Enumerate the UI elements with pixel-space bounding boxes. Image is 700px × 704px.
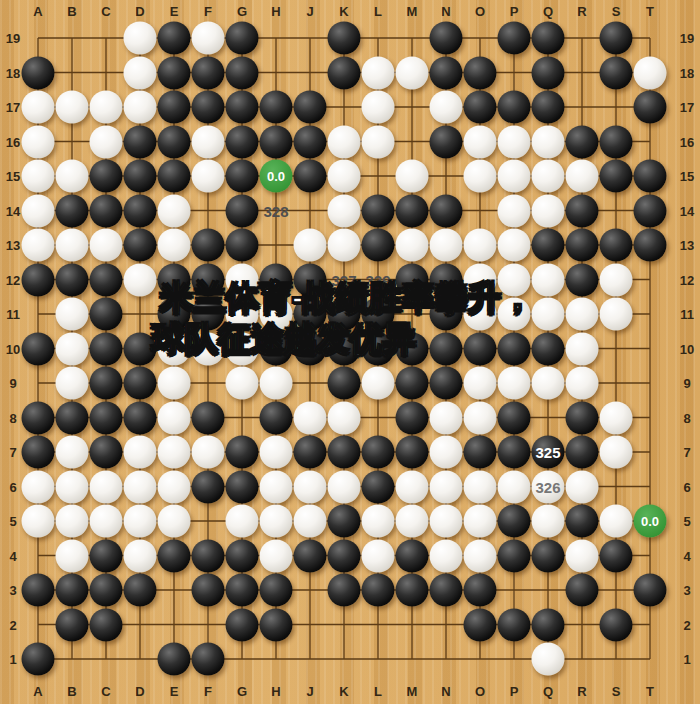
black-stone-H17[interactable] [260, 91, 293, 124]
white-stone-Q9[interactable] [532, 367, 565, 400]
black-stone-D3[interactable] [124, 574, 157, 607]
white-stone-N17[interactable] [430, 91, 463, 124]
black-stone-E15[interactable] [158, 160, 191, 193]
black-stone-E19[interactable] [158, 22, 191, 55]
black-stone-B12[interactable] [56, 263, 89, 296]
black-stone-D8[interactable] [124, 401, 157, 434]
black-stone-R5[interactable] [566, 505, 599, 538]
black-stone-E4[interactable] [158, 539, 191, 572]
black-stone-G4[interactable] [226, 539, 259, 572]
black-stone-R3[interactable] [566, 574, 599, 607]
black-stone-N16[interactable] [430, 125, 463, 158]
white-stone-B6[interactable] [56, 470, 89, 503]
black-stone-C8[interactable] [90, 401, 123, 434]
black-stone-N9[interactable] [430, 367, 463, 400]
white-stone-R6[interactable] [566, 470, 599, 503]
black-stone-N19[interactable] [430, 22, 463, 55]
white-stone-J8[interactable] [294, 401, 327, 434]
white-stone-K13[interactable] [328, 229, 361, 262]
black-stone-R12[interactable] [566, 263, 599, 296]
white-stone-B17[interactable] [56, 91, 89, 124]
score-badge-T5: 0.0 [634, 505, 667, 538]
white-stone-Q1[interactable] [532, 643, 565, 676]
white-stone-L17[interactable] [362, 91, 395, 124]
black-stone-M14[interactable] [396, 194, 429, 227]
white-stone-E14[interactable] [158, 194, 191, 227]
white-stone-Q14[interactable] [532, 194, 565, 227]
black-stone-K19[interactable] [328, 22, 361, 55]
black-stone-F3[interactable] [192, 574, 225, 607]
white-stone-D12[interactable] [124, 263, 157, 296]
white-stone-D17[interactable] [124, 91, 157, 124]
black-stone-G6[interactable] [226, 470, 259, 503]
white-stone-A6[interactable] [22, 470, 55, 503]
white-stone-M5[interactable] [396, 505, 429, 538]
white-stone-A15[interactable] [22, 160, 55, 193]
white-stone-A16[interactable] [22, 125, 55, 158]
black-stone-J7[interactable] [294, 436, 327, 469]
black-stone-K3[interactable] [328, 574, 361, 607]
white-stone-D5[interactable] [124, 505, 157, 538]
white-stone-H7[interactable] [260, 436, 293, 469]
black-stone-A8[interactable] [22, 401, 55, 434]
white-stone-R11[interactable] [566, 298, 599, 331]
black-stone-S4[interactable] [600, 539, 633, 572]
white-stone-H5[interactable] [260, 505, 293, 538]
black-stone-P17[interactable] [498, 91, 531, 124]
white-stone-F19[interactable] [192, 22, 225, 55]
black-stone-B8[interactable] [56, 401, 89, 434]
white-stone-O5[interactable] [464, 505, 497, 538]
black-stone-A18[interactable] [22, 56, 55, 89]
white-stone-D6[interactable] [124, 470, 157, 503]
black-stone-F13[interactable] [192, 229, 225, 262]
white-stone-N13[interactable] [430, 229, 463, 262]
white-stone-R15[interactable] [566, 160, 599, 193]
white-stone-A5[interactable] [22, 505, 55, 538]
black-stone-D15[interactable] [124, 160, 157, 193]
white-stone-M13[interactable] [396, 229, 429, 262]
black-stone-F4[interactable] [192, 539, 225, 572]
black-stone-C11[interactable] [90, 298, 123, 331]
black-stone-C14[interactable] [90, 194, 123, 227]
white-stone-E9[interactable] [158, 367, 191, 400]
white-stone-P6[interactable] [498, 470, 531, 503]
black-stone-C3[interactable] [90, 574, 123, 607]
white-stone-E13[interactable] [158, 229, 191, 262]
white-stone-J5[interactable] [294, 505, 327, 538]
white-stone-S5[interactable] [600, 505, 633, 538]
white-stone-O6[interactable] [464, 470, 497, 503]
black-stone-M8[interactable] [396, 401, 429, 434]
white-stone-H4[interactable] [260, 539, 293, 572]
white-stone-R4[interactable] [566, 539, 599, 572]
black-stone-R16[interactable] [566, 125, 599, 158]
white-stone-C5[interactable] [90, 505, 123, 538]
black-stone-N18[interactable] [430, 56, 463, 89]
black-stone-C10[interactable] [90, 332, 123, 365]
white-stone-B13[interactable] [56, 229, 89, 262]
white-stone-P9[interactable] [498, 367, 531, 400]
white-stone-L5[interactable] [362, 505, 395, 538]
black-stone-Q2[interactable] [532, 608, 565, 641]
white-stone-K16[interactable] [328, 125, 361, 158]
black-stone-R14[interactable] [566, 194, 599, 227]
white-stone-B11[interactable] [56, 298, 89, 331]
black-stone-E17[interactable] [158, 91, 191, 124]
white-stone-S11[interactable] [600, 298, 633, 331]
white-stone-T18[interactable] [634, 56, 667, 89]
white-stone-D18[interactable] [124, 56, 157, 89]
black-stone-F6[interactable] [192, 470, 225, 503]
black-stone-C2[interactable] [90, 608, 123, 641]
black-stone-C9[interactable] [90, 367, 123, 400]
score-badge-H15: 0.0 [260, 160, 293, 193]
white-stone-J13[interactable] [294, 229, 327, 262]
black-stone-D14[interactable] [124, 194, 157, 227]
white-stone-O13[interactable] [464, 229, 497, 262]
black-stone-O10[interactable] [464, 332, 497, 365]
black-stone-N14[interactable] [430, 194, 463, 227]
black-stone-L7[interactable] [362, 436, 395, 469]
white-stone-B15[interactable] [56, 160, 89, 193]
white-stone-H6[interactable] [260, 470, 293, 503]
black-stone-Q4[interactable] [532, 539, 565, 572]
black-stone-C7[interactable] [90, 436, 123, 469]
black-stone-Q17[interactable] [532, 91, 565, 124]
white-stone-C17[interactable] [90, 91, 123, 124]
white-stone-C16[interactable] [90, 125, 123, 158]
black-stone-A10[interactable] [22, 332, 55, 365]
black-stone-S18[interactable] [600, 56, 633, 89]
white-stone-P14[interactable] [498, 194, 531, 227]
black-stone-M3[interactable] [396, 574, 429, 607]
black-stone-P2[interactable] [498, 608, 531, 641]
black-stone-J15[interactable] [294, 160, 327, 193]
black-stone-R13[interactable] [566, 229, 599, 262]
black-stone-R7[interactable] [566, 436, 599, 469]
white-stone-Q16[interactable] [532, 125, 565, 158]
black-stone-S19[interactable] [600, 22, 633, 55]
black-stone-H3[interactable] [260, 574, 293, 607]
black-stone-G19[interactable] [226, 22, 259, 55]
black-stone-T15[interactable] [634, 160, 667, 193]
black-stone-L6[interactable] [362, 470, 395, 503]
black-stone-F8[interactable] [192, 401, 225, 434]
white-stone-L9[interactable] [362, 367, 395, 400]
white-stone-Q11[interactable] [532, 298, 565, 331]
white-stone-S8[interactable] [600, 401, 633, 434]
black-stone-L3[interactable] [362, 574, 395, 607]
black-stone-T14[interactable] [634, 194, 667, 227]
black-stone-P7[interactable] [498, 436, 531, 469]
black-stone-K5[interactable] [328, 505, 361, 538]
white-stone-A13[interactable] [22, 229, 55, 262]
black-stone-A7[interactable] [22, 436, 55, 469]
white-stone-O4[interactable] [464, 539, 497, 572]
black-stone-S16[interactable] [600, 125, 633, 158]
white-stone-P15[interactable] [498, 160, 531, 193]
black-stone-B14[interactable] [56, 194, 89, 227]
black-stone-N3[interactable] [430, 574, 463, 607]
white-stone-R9[interactable] [566, 367, 599, 400]
black-stone-R8[interactable] [566, 401, 599, 434]
white-stone-O8[interactable] [464, 401, 497, 434]
black-stone-G15[interactable] [226, 160, 259, 193]
black-stone-S13[interactable] [600, 229, 633, 262]
white-stone-L4[interactable] [362, 539, 395, 572]
white-stone-O16[interactable] [464, 125, 497, 158]
black-stone-C4[interactable] [90, 539, 123, 572]
black-stone-P8[interactable] [498, 401, 531, 434]
watermark-text-line2: 球队征途越发优异 [152, 317, 416, 362]
white-stone-K8[interactable] [328, 401, 361, 434]
black-stone-T17[interactable] [634, 91, 667, 124]
black-stone-F1[interactable] [192, 643, 225, 676]
black-stone-M4[interactable] [396, 539, 429, 572]
white-stone-N6[interactable] [430, 470, 463, 503]
black-stone-T3[interactable] [634, 574, 667, 607]
white-stone-A17[interactable] [22, 91, 55, 124]
white-stone-B5[interactable] [56, 505, 89, 538]
white-stone-C6[interactable] [90, 470, 123, 503]
black-stone-O17[interactable] [464, 91, 497, 124]
white-stone-M18[interactable] [396, 56, 429, 89]
white-stone-N8[interactable] [430, 401, 463, 434]
move-number-on-stone-Q7: 325 [535, 444, 560, 461]
black-stone-E18[interactable] [158, 56, 191, 89]
white-stone-E8[interactable] [158, 401, 191, 434]
black-stone-H2[interactable] [260, 608, 293, 641]
black-stone-O18[interactable] [464, 56, 497, 89]
black-stone-A12[interactable] [22, 263, 55, 296]
white-stone-R10[interactable] [566, 332, 599, 365]
white-stone-B9[interactable] [56, 367, 89, 400]
black-stone-L14[interactable] [362, 194, 395, 227]
black-stone-G7[interactable] [226, 436, 259, 469]
white-stone-L16[interactable] [362, 125, 395, 158]
white-stone-Q5[interactable] [532, 505, 565, 538]
black-stone-Q13[interactable] [532, 229, 565, 262]
white-stone-M15[interactable] [396, 160, 429, 193]
black-stone-G14[interactable] [226, 194, 259, 227]
black-stone-Q19[interactable] [532, 22, 565, 55]
white-stone-K14[interactable] [328, 194, 361, 227]
white-stone-O15[interactable] [464, 160, 497, 193]
black-stone-D9[interactable] [124, 367, 157, 400]
black-stone-O7[interactable] [464, 436, 497, 469]
white-stone-B4[interactable] [56, 539, 89, 572]
black-stone-E1[interactable] [158, 643, 191, 676]
black-stone-P19[interactable] [498, 22, 531, 55]
move-number-on-stone-Q6: 326 [535, 478, 560, 495]
black-stone-A1[interactable] [22, 643, 55, 676]
black-stone-G2[interactable] [226, 608, 259, 641]
black-stone-P10[interactable] [498, 332, 531, 365]
black-stone-O3[interactable] [464, 574, 497, 607]
black-stone-J4[interactable] [294, 539, 327, 572]
black-stone-H8[interactable] [260, 401, 293, 434]
white-stone-F16[interactable] [192, 125, 225, 158]
black-stone-D13[interactable] [124, 229, 157, 262]
black-stone-K18[interactable] [328, 56, 361, 89]
white-stone-E7[interactable] [158, 436, 191, 469]
black-stone-L13[interactable] [362, 229, 395, 262]
white-stone-P13[interactable] [498, 229, 531, 262]
black-stone-G16[interactable] [226, 125, 259, 158]
black-stone-G17[interactable] [226, 91, 259, 124]
white-stone-J6[interactable] [294, 470, 327, 503]
black-stone-M7[interactable] [396, 436, 429, 469]
white-stone-N7[interactable] [430, 436, 463, 469]
black-stone-K9[interactable] [328, 367, 361, 400]
black-stone-N10[interactable] [430, 332, 463, 365]
white-stone-B10[interactable] [56, 332, 89, 365]
black-stone-K7[interactable] [328, 436, 361, 469]
white-stone-D19[interactable] [124, 22, 157, 55]
white-stone-K15[interactable] [328, 160, 361, 193]
black-stone-S2[interactable] [600, 608, 633, 641]
black-stone-T13[interactable] [634, 229, 667, 262]
white-stone-P16[interactable] [498, 125, 531, 158]
black-stone-B3[interactable] [56, 574, 89, 607]
white-stone-F15[interactable] [192, 160, 225, 193]
white-stone-E6[interactable] [158, 470, 191, 503]
white-stone-N4[interactable] [430, 539, 463, 572]
white-stone-C13[interactable] [90, 229, 123, 262]
black-stone-Q18[interactable] [532, 56, 565, 89]
white-stone-S12[interactable] [600, 263, 633, 296]
go-board-screenshot: ABCDEFGHJKLMNOPQRSTABCDEFGHJKLMNOPQRST19… [0, 0, 700, 704]
black-stone-K4[interactable] [328, 539, 361, 572]
black-stone-C12[interactable] [90, 263, 123, 296]
white-stone-G9[interactable] [226, 367, 259, 400]
white-stone-B7[interactable] [56, 436, 89, 469]
black-stone-P4[interactable] [498, 539, 531, 572]
white-stone-O9[interactable] [464, 367, 497, 400]
white-stone-L18[interactable] [362, 56, 395, 89]
black-stone-Q10[interactable] [532, 332, 565, 365]
black-stone-E16[interactable] [158, 125, 191, 158]
black-stone-F17[interactable] [192, 91, 225, 124]
watermark-text-line1: 米兰体育-战绩胜率攀升， [160, 276, 534, 321]
white-stone-E5[interactable] [158, 505, 191, 538]
white-stone-D4[interactable] [124, 539, 157, 572]
black-stone-C15[interactable] [90, 160, 123, 193]
black-stone-F18[interactable] [192, 56, 225, 89]
black-stone-G13[interactable] [226, 229, 259, 262]
black-stone-J17[interactable] [294, 91, 327, 124]
white-stone-F7[interactable] [192, 436, 225, 469]
white-stone-Q15[interactable] [532, 160, 565, 193]
move-number-H14: 328 [263, 202, 288, 219]
black-stone-G3[interactable] [226, 574, 259, 607]
black-stone-M9[interactable] [396, 367, 429, 400]
black-stone-P5[interactable] [498, 505, 531, 538]
white-stone-N5[interactable] [430, 505, 463, 538]
black-stone-G18[interactable] [226, 56, 259, 89]
black-stone-S15[interactable] [600, 160, 633, 193]
white-stone-Q12[interactable] [532, 263, 565, 296]
white-stone-H9[interactable] [260, 367, 293, 400]
black-stone-D16[interactable] [124, 125, 157, 158]
white-stone-S7[interactable] [600, 436, 633, 469]
white-stone-M6[interactable] [396, 470, 429, 503]
black-stone-A3[interactable] [22, 574, 55, 607]
black-stone-H16[interactable] [260, 125, 293, 158]
white-stone-A14[interactable] [22, 194, 55, 227]
white-stone-G5[interactable] [226, 505, 259, 538]
black-stone-B2[interactable] [56, 608, 89, 641]
white-stone-D7[interactable] [124, 436, 157, 469]
white-stone-K6[interactable] [328, 470, 361, 503]
black-stone-O2[interactable] [464, 608, 497, 641]
black-stone-J16[interactable] [294, 125, 327, 158]
